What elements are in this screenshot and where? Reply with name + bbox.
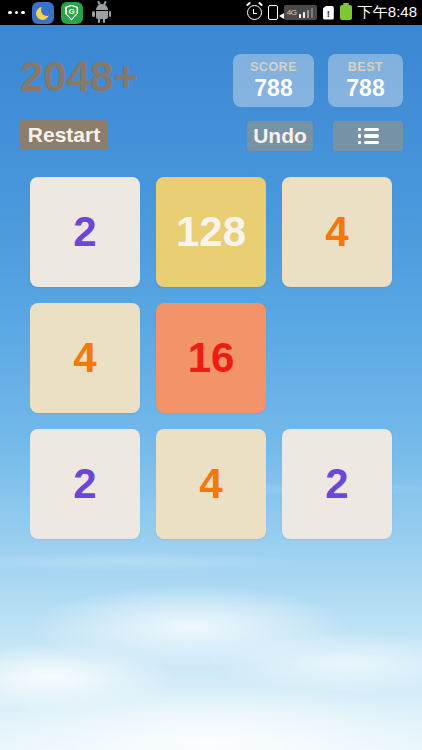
network-badge: 4G [287, 8, 297, 17]
status-bar-right: 4G ! 下午8:48 [247, 3, 417, 22]
status-bar: G 4G ! 下午8:48 [0, 0, 422, 25]
tile-r2c0: 2 [30, 429, 140, 539]
battery-icon [340, 5, 352, 20]
shield-letter: G [61, 7, 83, 16]
moon-app-icon [32, 2, 54, 24]
app-title: 2048+ [20, 53, 138, 101]
restart-button[interactable]: Restart [20, 120, 108, 150]
tile-value: 2 [73, 460, 96, 508]
status-time: 下午8:48 [358, 3, 417, 22]
tile-value: 2 [325, 460, 348, 508]
signal-4g-icon: 4G [284, 5, 317, 20]
tile-r0c1: 128 [156, 177, 266, 287]
tile-r0c2: 4 [282, 177, 392, 287]
app-background: 2048+ SCORE 788 BEST 788 Restart Undo 2 … [0, 25, 422, 750]
list-icon [358, 128, 379, 145]
score-label: SCORE [250, 60, 297, 74]
android-icon [90, 2, 114, 24]
tile-value: 4 [325, 208, 348, 256]
score-value: 788 [254, 75, 292, 102]
sim-alert-icon: ! [323, 6, 334, 20]
overflow-dots-icon [8, 11, 25, 15]
tile-r1c1: 16 [156, 303, 266, 413]
tile-r0c0: 2 [30, 177, 140, 287]
menu-button[interactable] [333, 121, 403, 151]
board[interactable]: 2 128 4 4 16 2 4 2 [30, 177, 392, 539]
tile-value: 128 [176, 208, 246, 256]
tile-r1c0: 4 [30, 303, 140, 413]
best-label: BEST [348, 60, 383, 74]
tile-value: 4 [73, 334, 96, 382]
score-box: SCORE 788 [233, 54, 314, 107]
undo-button[interactable]: Undo [247, 121, 313, 151]
tile-value: 4 [199, 460, 222, 508]
tile-value: 2 [73, 208, 96, 256]
alarm-icon [247, 5, 262, 20]
phone-ringer-icon [268, 5, 278, 20]
shield-g-app-icon: G [61, 2, 83, 24]
best-value: 788 [346, 75, 384, 102]
tile-value: 16 [188, 334, 235, 382]
phone-screen: G 4G ! 下午8:48 2048+ SCORE 788 [0, 0, 422, 750]
best-box: BEST 788 [328, 54, 403, 107]
tile-r1c2-empty [282, 303, 392, 413]
tile-r2c1: 4 [156, 429, 266, 539]
tile-r2c2: 2 [282, 429, 392, 539]
